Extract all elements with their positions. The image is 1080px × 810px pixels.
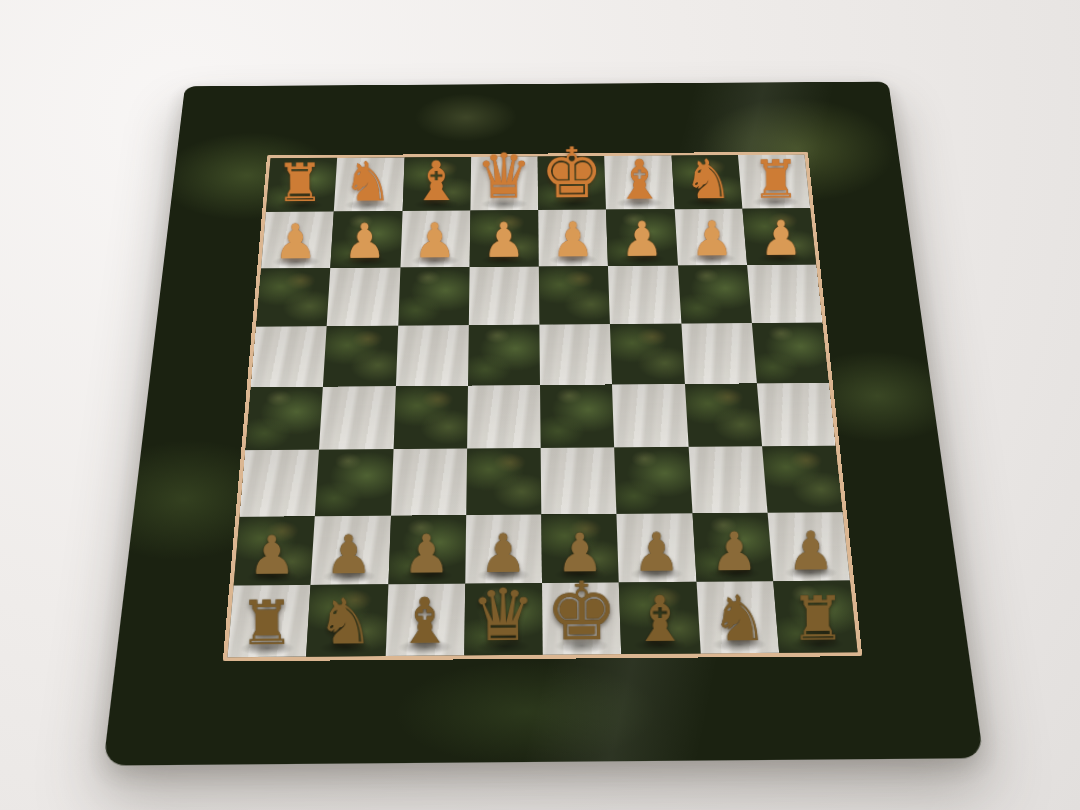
square-h7[interactable]: ♟ <box>742 208 816 264</box>
square-f6[interactable] <box>608 265 681 324</box>
square-b4[interactable] <box>319 386 395 450</box>
square-a2[interactable]: ♟ <box>234 516 315 585</box>
piece-olive-bishop-f1[interactable]: ♝ <box>632 587 689 651</box>
square-b7[interactable]: ♟ <box>331 211 403 267</box>
square-h5[interactable] <box>752 322 829 383</box>
piece-orange-pawn-d7[interactable]: ♟ <box>482 216 525 264</box>
square-b3[interactable] <box>315 449 393 516</box>
piece-orange-rook-h8[interactable]: ♜ <box>752 154 800 207</box>
board-trim: ♜♞♝♛♚♝♞♜♟♟♟♟♟♟♟♟♟♟♟♟♟♟♟♟♜♞♝♛♚♝♞♜ <box>223 152 863 662</box>
square-d7[interactable]: ♟ <box>469 210 538 266</box>
square-c5[interactable] <box>395 325 468 386</box>
square-b2[interactable]: ♟ <box>311 515 391 584</box>
square-h6[interactable] <box>747 264 823 323</box>
square-a5[interactable] <box>251 326 327 387</box>
piece-olive-rook-a1[interactable]: ♜ <box>239 593 294 654</box>
square-d1[interactable]: ♛ <box>464 583 543 656</box>
square-d6[interactable] <box>469 266 540 325</box>
square-d3[interactable] <box>466 448 541 514</box>
square-d5[interactable] <box>468 324 540 385</box>
square-c6[interactable] <box>398 267 470 326</box>
square-f2[interactable]: ♟ <box>617 513 696 582</box>
piece-orange-queen-d8[interactable]: ♛ <box>476 146 532 208</box>
square-b1[interactable]: ♞ <box>306 584 388 657</box>
square-h1[interactable]: ♜ <box>773 580 858 652</box>
piece-orange-pawn-h7[interactable]: ♟ <box>759 214 802 262</box>
square-h3[interactable] <box>762 446 843 512</box>
square-e4[interactable] <box>540 384 614 448</box>
piece-olive-king-e1[interactable]: ♚ <box>545 570 618 651</box>
square-c4[interactable] <box>393 386 468 450</box>
square-h8[interactable]: ♜ <box>738 155 810 209</box>
square-e8[interactable]: ♚ <box>538 156 607 210</box>
square-a8[interactable]: ♜ <box>266 158 337 212</box>
piece-orange-bishop-c8[interactable]: ♝ <box>411 154 460 209</box>
piece-olive-rook-h1[interactable]: ♜ <box>790 588 845 649</box>
square-c3[interactable] <box>391 449 467 515</box>
square-d8[interactable]: ♛ <box>470 156 538 210</box>
piece-orange-pawn-b7[interactable]: ♟ <box>344 217 387 265</box>
square-f3[interactable] <box>614 447 692 513</box>
square-f5[interactable] <box>610 323 684 384</box>
square-a7[interactable]: ♟ <box>261 212 334 268</box>
square-f7[interactable]: ♟ <box>606 209 677 265</box>
piece-orange-bishop-f8[interactable]: ♝ <box>615 153 664 208</box>
square-c8[interactable]: ♝ <box>402 157 471 211</box>
square-a1[interactable]: ♜ <box>227 585 310 658</box>
piece-orange-pawn-g7[interactable]: ♟ <box>690 214 733 262</box>
square-f8[interactable]: ♝ <box>604 156 674 210</box>
piece-olive-queen-d1[interactable]: ♛ <box>471 580 536 652</box>
piece-orange-king-e8[interactable]: ♚ <box>540 138 603 208</box>
photo-backdrop: ♜♞♝♛♚♝♞♜♟♟♟♟♟♟♟♟♟♟♟♟♟♟♟♟♜♞♝♛♚♝♞♜ <box>0 0 1080 810</box>
board-field: ♜♞♝♛♚♝♞♜♟♟♟♟♟♟♟♟♟♟♟♟♟♟♟♟♜♞♝♛♚♝♞♜ <box>227 155 857 658</box>
square-e7[interactable]: ♟ <box>538 210 608 266</box>
square-a4[interactable] <box>245 387 323 451</box>
square-g1[interactable]: ♞ <box>696 581 779 653</box>
square-e3[interactable] <box>541 448 617 514</box>
piece-olive-pawn-d2[interactable]: ♟ <box>479 527 527 581</box>
square-g3[interactable] <box>688 446 767 512</box>
piece-olive-bishop-c1[interactable]: ♝ <box>396 589 453 653</box>
piece-orange-knight-g8[interactable]: ♞ <box>683 152 732 207</box>
square-e1[interactable]: ♚ <box>542 582 621 654</box>
piece-olive-knight-g1[interactable]: ♞ <box>711 587 768 651</box>
piece-orange-pawn-e7[interactable]: ♟ <box>552 215 595 263</box>
square-g8[interactable]: ♞ <box>671 155 742 209</box>
square-e5[interactable] <box>539 324 612 385</box>
piece-olive-pawn-g2[interactable]: ♟ <box>710 525 758 579</box>
square-h2[interactable]: ♟ <box>767 512 850 581</box>
piece-orange-pawn-f7[interactable]: ♟ <box>621 215 664 263</box>
square-b8[interactable]: ♞ <box>334 157 404 211</box>
square-f4[interactable] <box>612 384 688 448</box>
piece-olive-pawn-h2[interactable]: ♟ <box>787 524 835 578</box>
piece-orange-pawn-c7[interactable]: ♟ <box>413 216 456 264</box>
square-e6[interactable] <box>539 266 610 325</box>
square-b6[interactable] <box>327 267 400 326</box>
chess-board: ♜♞♝♛♚♝♞♜♟♟♟♟♟♟♟♟♟♟♟♟♟♟♟♟♜♞♝♛♚♝♞♜ <box>103 82 983 766</box>
square-a6[interactable] <box>256 268 330 327</box>
piece-olive-pawn-b2[interactable]: ♟ <box>325 528 373 582</box>
piece-olive-knight-b1[interactable]: ♞ <box>317 590 374 654</box>
square-c7[interactable]: ♟ <box>400 211 470 267</box>
piece-olive-pawn-c2[interactable]: ♟ <box>402 527 450 581</box>
square-c1[interactable]: ♝ <box>385 583 465 656</box>
piece-orange-pawn-a7[interactable]: ♟ <box>274 217 317 265</box>
square-c2[interactable]: ♟ <box>388 515 466 584</box>
square-g6[interactable] <box>677 265 751 324</box>
square-g2[interactable]: ♟ <box>692 512 773 581</box>
square-a3[interactable] <box>240 450 320 517</box>
piece-olive-pawn-a2[interactable]: ♟ <box>248 529 296 583</box>
square-d4[interactable] <box>467 385 541 449</box>
piece-orange-rook-a8[interactable]: ♜ <box>276 157 324 210</box>
piece-olive-pawn-f2[interactable]: ♟ <box>633 526 681 580</box>
square-b5[interactable] <box>323 325 398 386</box>
square-f1[interactable]: ♝ <box>619 582 700 654</box>
square-g4[interactable] <box>684 383 761 447</box>
square-g5[interactable] <box>681 323 757 384</box>
square-h4[interactable] <box>757 383 836 447</box>
piece-orange-knight-b8[interactable]: ♞ <box>343 154 392 209</box>
square-g7[interactable]: ♟ <box>674 209 747 265</box>
